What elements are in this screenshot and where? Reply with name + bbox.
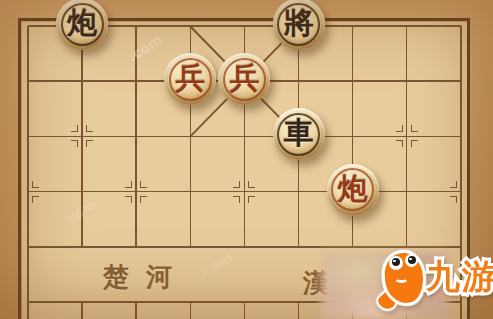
position-marker-f2-r3-tr [86, 125, 93, 132]
grid-line-v-lower-2 [81, 302, 83, 319]
position-marker-f2-r3-bl [71, 140, 78, 147]
position-marker-f5-r4-tl [233, 181, 240, 188]
position-marker-f8-r3-br [411, 140, 418, 147]
grid-line-v-lower-5 [244, 302, 246, 319]
position-marker-f1-r4-br [32, 196, 39, 203]
grid-line-v-lower-3 [135, 302, 137, 319]
piece-red-soldier[interactable]: 兵 [218, 53, 270, 105]
position-marker-f9-r4-bl [450, 196, 457, 203]
piece-red-cannon[interactable]: 炮 [327, 164, 379, 216]
piece-character: 炮 [67, 8, 97, 38]
piece-character: 將 [284, 8, 314, 38]
river-edge-left [27, 247, 29, 302]
jiuyou-mascot-icon [377, 248, 427, 310]
xiangqi-screenshot: 炮將兵兵車炮 楚河 漢 .com .com .com 九游 九游 [0, 0, 493, 319]
mascot-left-eye [389, 256, 403, 270]
position-marker-f3-r4-br [140, 196, 147, 203]
piece-character: 兵 [175, 63, 205, 93]
position-marker-f8-r3-bl [396, 140, 403, 147]
position-marker-f1-r4-tr [32, 181, 39, 188]
piece-black-chariot[interactable]: 車 [273, 108, 325, 160]
position-marker-f2-r3-tl [71, 125, 78, 132]
jiuyou-logo: 九游 九游 [374, 246, 493, 316]
grid-line-v-lower-1 [27, 302, 29, 319]
position-marker-f2-r3-br [86, 140, 93, 147]
piece-black-cannon[interactable]: 炮 [56, 0, 108, 50]
grid-line-v-8 [406, 26, 408, 247]
position-marker-f8-r3-tr [411, 125, 418, 132]
piece-black-general[interactable]: 將 [273, 0, 325, 50]
piece-character: 車 [284, 118, 314, 148]
position-marker-f3-r4-tr [140, 181, 147, 188]
position-marker-f8-r3-tl [396, 125, 403, 132]
grid-line-v-3 [135, 26, 137, 247]
position-marker-f5-r4-br [248, 196, 255, 203]
piece-character: 炮 [338, 174, 368, 204]
grid-line-v-lower-4 [190, 302, 192, 319]
grid-line-v-1 [27, 26, 29, 247]
piece-character: 兵 [229, 63, 259, 93]
mascot-smile [394, 273, 409, 283]
position-marker-f3-r4-bl [125, 196, 132, 203]
river-label-chu-he: 楚河 [103, 264, 189, 290]
jiuyou-logo-text: 九游 九游 [426, 258, 492, 302]
position-marker-f5-r4-tr [248, 181, 255, 188]
grid-line-v-2 [81, 26, 83, 247]
grid-line-v-lower-6 [298, 302, 300, 319]
position-marker-f5-r4-bl [233, 196, 240, 203]
position-marker-f3-r4-tl [125, 181, 132, 188]
position-marker-f9-r4-tl [450, 181, 457, 188]
grid-line-v-9 [460, 26, 462, 247]
piece-red-soldier[interactable]: 兵 [164, 53, 216, 105]
mascot-right-eye [405, 254, 418, 267]
